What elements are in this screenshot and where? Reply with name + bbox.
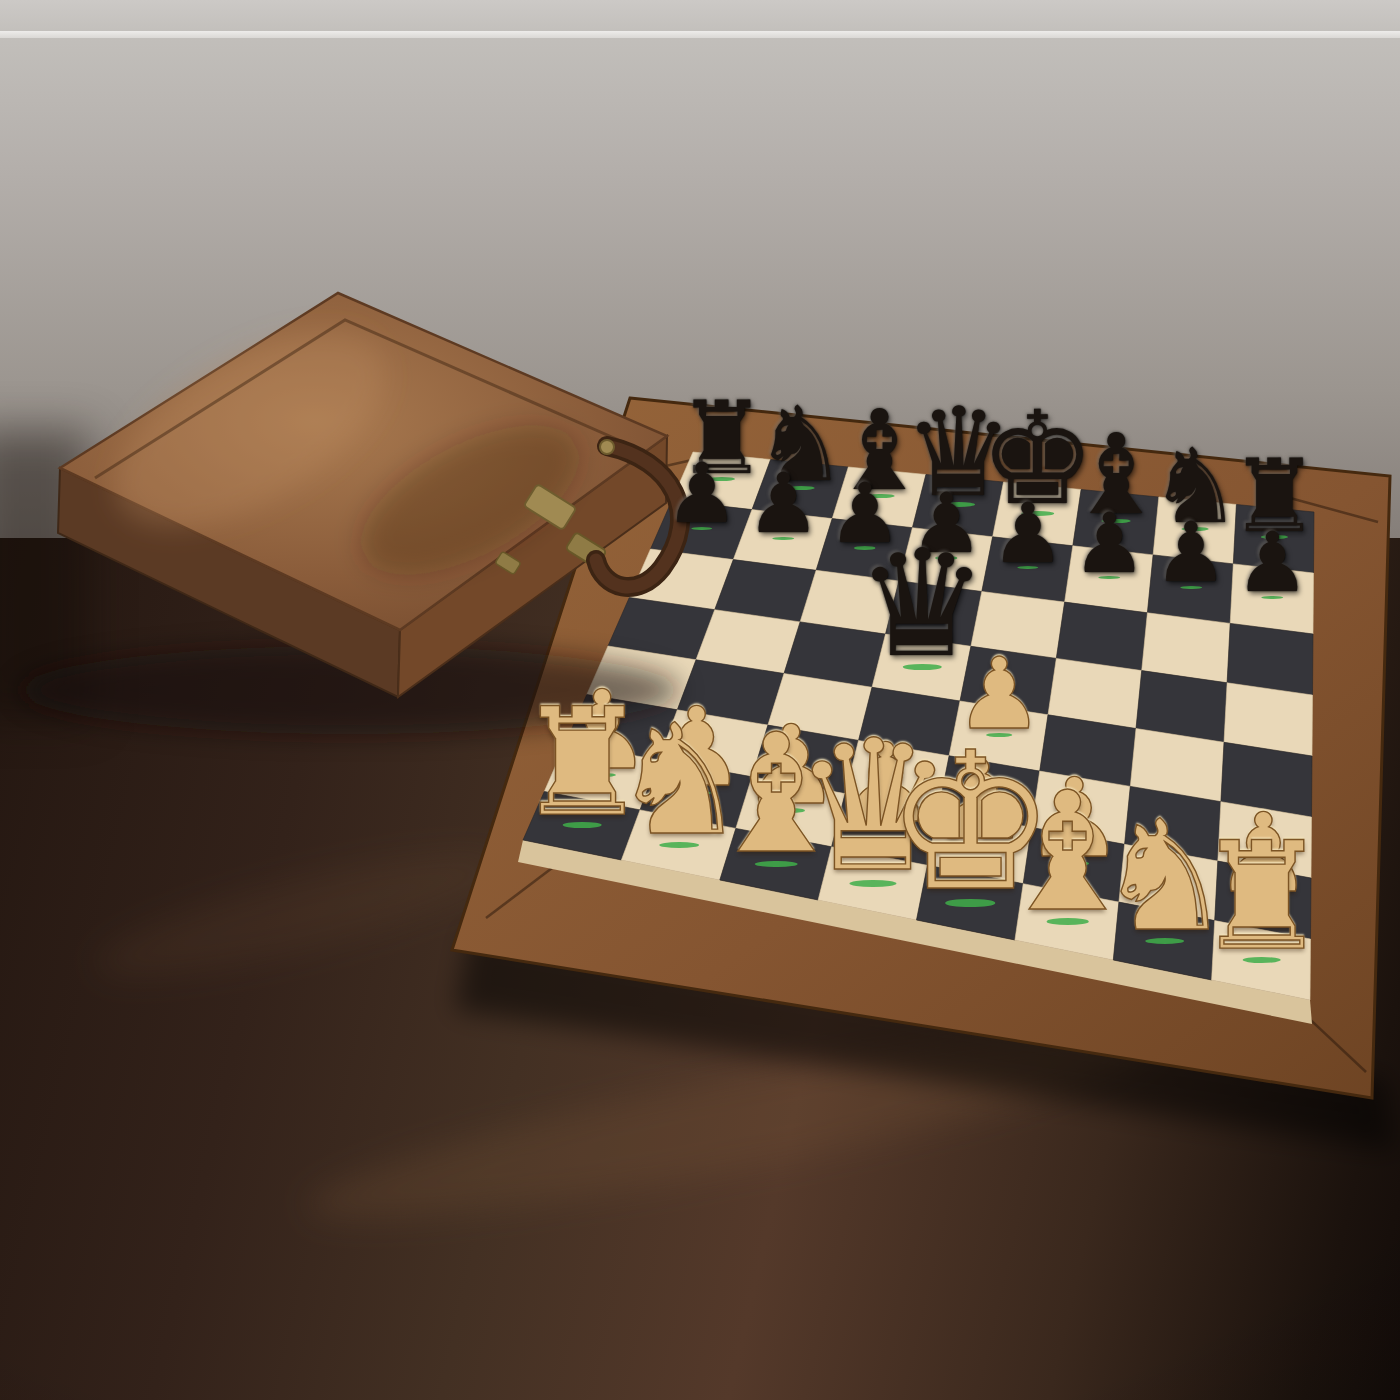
- piece-black-pawn-e7[interactable]: ♟: [991, 493, 1065, 576]
- piece-black-pawn-a7[interactable]: ♟: [665, 453, 739, 536]
- piece-black-pawn-f7[interactable]: ♟: [1072, 503, 1146, 586]
- piece-white-rook-h1[interactable]: ♜: [1195, 823, 1328, 972]
- piece-black-pawn-h7[interactable]: ♟: [1235, 522, 1309, 605]
- pieces-layer: ♜♞♝♛♚♝♞♜♟♟♟♟♟♟♟♟♛♟♟♟♟♟♟♟♟♜♞♝♛♚♝♞♜: [0, 0, 1400, 1400]
- piece-black-pawn-b7[interactable]: ♟: [746, 463, 820, 546]
- scene: ♜♞♝♛♚♝♞♜♟♟♟♟♟♟♟♟♛♟♟♟♟♟♟♟♟♜♞♝♛♚♝♞♜: [0, 0, 1400, 1400]
- piece-black-pawn-g7[interactable]: ♟: [1154, 512, 1228, 595]
